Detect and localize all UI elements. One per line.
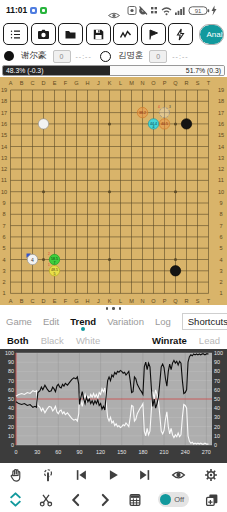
coord-label: 10 xyxy=(218,189,224,195)
analyze-mode-button[interactable]: Analyze xyxy=(200,25,225,44)
coord-label: F xyxy=(64,80,68,86)
coord-label: Q xyxy=(173,298,178,304)
coord-label: 19 xyxy=(218,87,224,93)
cut-branch-button[interactable] xyxy=(39,493,53,507)
svg-text:40.5: 40.5 xyxy=(161,122,168,126)
app-blue-icon xyxy=(30,7,37,14)
coord-label: C xyxy=(30,80,34,86)
svg-text:270: 270 xyxy=(202,449,211,455)
svg-text:180: 180 xyxy=(138,449,147,455)
coord-label: 2 xyxy=(2,279,5,285)
coord-label: B xyxy=(20,298,24,304)
board-svg[interactable]: AA1919BB1818CC1717DD1616EE1515FF1414GG13… xyxy=(0,77,227,305)
svg-text:90: 90 xyxy=(214,359,220,365)
game-list-button[interactable] xyxy=(3,23,28,45)
coord-label: 7 xyxy=(2,223,5,229)
coord-label: E xyxy=(53,80,57,86)
game-list-icon xyxy=(9,28,22,41)
score-count-button[interactable] xyxy=(128,493,142,507)
coord-label: L xyxy=(119,298,122,304)
top-toolbar: Analyze Play xyxy=(0,21,227,47)
coord-label: 13 xyxy=(218,155,224,161)
svg-text:40: 40 xyxy=(8,405,14,411)
svg-text:90: 90 xyxy=(76,449,82,455)
tab-shortcuts[interactable]: Shortcuts xyxy=(182,313,227,330)
ai-off-toggle[interactable]: Off xyxy=(158,492,189,507)
black-stone-icon xyxy=(4,51,14,61)
folder-icon xyxy=(64,28,77,41)
save-button[interactable] xyxy=(86,23,111,45)
tab-bar: Game Edit Trend Variation Log Shortcuts xyxy=(0,312,227,331)
coord-label: 3 xyxy=(2,268,5,274)
analysis-toggle-button[interactable] xyxy=(8,492,23,507)
svg-text:0: 0 xyxy=(214,442,217,448)
white-captures: 0 xyxy=(149,50,167,63)
svg-text:0: 0 xyxy=(11,442,14,448)
coord-label: 5 xyxy=(2,245,5,251)
hand-pan-icon xyxy=(9,468,23,482)
flag-icon xyxy=(147,28,160,41)
svg-text:2: 2 xyxy=(48,252,50,256)
tab-edit[interactable]: Edit xyxy=(43,316,59,327)
coord-label: 6 xyxy=(219,234,222,240)
coord-label: G xyxy=(74,298,78,304)
scissors-icon xyxy=(39,493,53,507)
coord-label: 8 xyxy=(219,211,222,217)
lightning-icon xyxy=(174,28,187,41)
winrate-white-segment: 51.7% (0.3) xyxy=(110,66,224,75)
svg-text:20: 20 xyxy=(214,424,220,430)
chevron-left-icon xyxy=(69,493,83,507)
filter-white[interactable]: White xyxy=(76,335,100,346)
app-green-icon xyxy=(40,7,47,14)
coord-label: 16 xyxy=(1,121,7,127)
coord-label: 15 xyxy=(218,132,224,138)
play-icon xyxy=(106,468,120,482)
eye-button[interactable] xyxy=(171,468,186,482)
svg-text:100: 100 xyxy=(5,350,14,356)
coord-label: G xyxy=(74,80,78,86)
black-player-name: 谢尔豪 xyxy=(21,50,47,62)
coord-label: 19 xyxy=(1,87,7,93)
svg-text:80: 80 xyxy=(214,368,220,374)
svg-text:38.2: 38.2 xyxy=(139,111,146,115)
svg-text:5: 5 xyxy=(54,272,56,276)
coord-label: A xyxy=(9,298,13,304)
goban[interactable]: AA1919BB1818CC1717DD1616EE1515FF1414GG13… xyxy=(0,77,227,305)
settings-button[interactable] xyxy=(204,468,218,482)
charging-bolt-icon xyxy=(212,5,217,15)
open-folder-button[interactable] xyxy=(58,23,83,45)
svg-text:7: 7 xyxy=(54,261,56,265)
coord-label: 2 xyxy=(219,279,222,285)
coord-label: 11 xyxy=(218,177,224,183)
svg-text:70: 70 xyxy=(8,378,14,384)
coord-label: 9 xyxy=(2,200,5,206)
ai-mark-P16[interactable]: 40.5 xyxy=(159,119,169,129)
gear-icon xyxy=(204,468,218,482)
calculator-icon xyxy=(128,493,142,507)
stone-white-D16[interactable] xyxy=(38,119,48,129)
move-number: 4 xyxy=(31,257,34,263)
skip-last-button[interactable] xyxy=(138,468,152,482)
svg-text:3: 3 xyxy=(169,105,171,109)
status-bar: 11:01 91 xyxy=(0,0,227,20)
wifi-icon xyxy=(162,8,171,15)
mode-switch: Analyze Play xyxy=(199,24,225,45)
coord-label: H xyxy=(85,80,89,86)
analysis-diamond-icon xyxy=(8,492,23,507)
coord-label: M xyxy=(129,298,134,304)
coord-label: 14 xyxy=(218,144,224,150)
svg-text:50: 50 xyxy=(8,396,14,402)
coord-label: R xyxy=(184,80,188,86)
coord-label: P xyxy=(163,80,167,86)
coord-label: J xyxy=(97,80,100,86)
ai-mark-O16[interactable]: 44.44 xyxy=(148,119,158,130)
coord-label: H xyxy=(85,298,89,304)
tab-game[interactable]: Game xyxy=(6,316,32,327)
clock: 11:01 xyxy=(6,5,27,15)
toggle-knob xyxy=(160,494,171,505)
coord-label: M xyxy=(129,80,134,86)
svg-text:4: 4 xyxy=(153,125,155,129)
svg-text:30: 30 xyxy=(8,414,14,420)
svg-text:150: 150 xyxy=(117,449,126,455)
coord-label: 4 xyxy=(219,257,222,263)
next-move-button[interactable] xyxy=(98,493,112,507)
skip-first-icon xyxy=(74,468,88,482)
play-button[interactable] xyxy=(106,468,120,482)
battery-icon: 91 xyxy=(189,6,209,14)
coord-label: 17 xyxy=(1,110,7,116)
black-clock: --:-- xyxy=(76,53,92,60)
white-stone-icon xyxy=(100,51,111,62)
coord-label: S xyxy=(196,298,200,304)
coord-label: 18 xyxy=(218,98,224,104)
analysis-graph-icon xyxy=(119,28,132,41)
coord-label: J xyxy=(97,298,100,304)
status-icons: 91 xyxy=(127,4,221,17)
copy-add-button[interactable] xyxy=(205,493,219,507)
white-player-name: 김명훈 xyxy=(118,50,144,62)
control-row-1 xyxy=(0,463,227,487)
svg-text:210: 210 xyxy=(160,449,169,455)
svg-text:20: 20 xyxy=(8,424,14,430)
stone-black-R16[interactable] xyxy=(181,119,191,129)
coord-label: D xyxy=(41,298,45,304)
trend-filter-bar: Both Black White Winrate Lead xyxy=(0,331,227,349)
hand-pan-button[interactable] xyxy=(9,468,23,482)
filter-black[interactable]: Black xyxy=(41,335,64,346)
skip-first-button[interactable] xyxy=(74,468,88,482)
analysis-graph-button[interactable] xyxy=(113,23,138,45)
coord-label: P xyxy=(163,298,167,304)
svg-text:4: 4 xyxy=(158,105,160,109)
filter-both[interactable]: Both xyxy=(7,335,29,346)
coord-label: R xyxy=(184,298,188,304)
signal-icon xyxy=(175,7,185,15)
chevron-right-icon xyxy=(98,493,112,507)
lightning-button[interactable] xyxy=(168,23,193,45)
coord-label: 11 xyxy=(1,177,7,183)
coord-label: 1 xyxy=(219,290,222,296)
coord-label: O xyxy=(151,80,156,86)
tab-trend[interactable]: Trend xyxy=(70,316,96,327)
coord-label: 12 xyxy=(1,166,7,172)
camera-button[interactable] xyxy=(31,23,56,45)
svg-text:100: 100 xyxy=(214,350,223,356)
svg-text:60: 60 xyxy=(214,387,220,393)
winrate-bar: 48.3% (-0.3) 51.7% (0.3) xyxy=(2,65,225,76)
coord-label: 13 xyxy=(1,155,7,161)
coord-label: 10 xyxy=(1,189,7,195)
svg-text:0: 0 xyxy=(15,449,18,455)
eye-icon xyxy=(171,468,186,482)
svg-text:1: 1 xyxy=(48,263,50,267)
flag-button[interactable] xyxy=(141,23,166,45)
stone-white-C4[interactable]: 4 xyxy=(27,254,38,265)
player-bar: 谢尔豪 0 --:-- 김명훈 0 --:-- xyxy=(0,47,227,65)
black-captures: 0 xyxy=(53,50,71,63)
go-analysis-app: 11:01 91 Analyze xyxy=(0,0,227,512)
svg-text:80: 80 xyxy=(8,368,14,374)
coord-label: D xyxy=(41,80,45,86)
coord-label: F xyxy=(64,298,68,304)
network-grid-icon xyxy=(151,7,157,13)
control-row-2: Off xyxy=(0,487,227,512)
tab-log[interactable]: Log xyxy=(155,316,171,327)
coord-label: 8 xyxy=(2,211,5,217)
tap-gesture-icon xyxy=(41,468,55,482)
coord-label: 16 xyxy=(218,121,224,127)
coord-label: 18 xyxy=(1,98,7,104)
coord-label: 12 xyxy=(218,166,224,172)
coord-label: O xyxy=(151,298,156,304)
filter-winrate[interactable]: Winrate xyxy=(152,335,187,346)
coord-label: 5 xyxy=(219,245,222,251)
tab-variation[interactable]: Variation xyxy=(107,316,144,327)
skip-last-icon xyxy=(138,468,152,482)
svg-text:120: 120 xyxy=(96,449,105,455)
svg-text:50: 50 xyxy=(214,396,220,402)
svg-text:90: 90 xyxy=(8,359,14,365)
coord-label: 7 xyxy=(219,223,222,229)
winrate-trend-chart[interactable]: 0010102020303040405050606070708080909010… xyxy=(0,349,227,463)
coord-label: 6 xyxy=(2,234,5,240)
coord-label: 17 xyxy=(218,110,224,116)
ai-mark-N17[interactable]: 38.2 xyxy=(137,107,147,117)
svg-text:240: 240 xyxy=(181,449,190,455)
coord-label: T xyxy=(207,80,211,86)
toggle-label: Off xyxy=(174,495,184,504)
coord-label: L xyxy=(119,80,122,86)
coord-label: C xyxy=(30,298,34,304)
coord-label: E xyxy=(53,298,57,304)
stone-black-Q3[interactable] xyxy=(170,266,180,276)
svg-text:60: 60 xyxy=(8,387,14,393)
svg-text:70: 70 xyxy=(214,378,220,384)
coord-label: T xyxy=(207,298,211,304)
trend-chart-svg[interactable]: 0010102020303040405050606070708080909010… xyxy=(0,349,227,463)
panel-drag-handle[interactable] xyxy=(0,305,227,312)
white-clock: --:-- xyxy=(172,53,188,60)
tap-gesture-button[interactable] xyxy=(41,468,55,482)
svg-text:30: 30 xyxy=(214,414,220,420)
coord-label: K xyxy=(108,80,112,86)
coord-label: B xyxy=(20,80,24,86)
coord-label: N xyxy=(140,298,144,304)
camera-icon xyxy=(37,28,50,41)
filter-lead[interactable]: Lead xyxy=(199,335,220,346)
save-icon xyxy=(92,28,105,41)
coord-label: 4 xyxy=(2,257,5,263)
coord-label: A xyxy=(9,80,13,86)
svg-text:30: 30 xyxy=(34,449,40,455)
coord-label: Q xyxy=(173,80,178,86)
coord-label: 1 xyxy=(2,290,5,296)
coord-label: 14 xyxy=(1,144,7,150)
battery-percent-text: 91 xyxy=(195,7,202,13)
copy-add-icon xyxy=(205,493,219,507)
coord-label: 9 xyxy=(219,200,222,206)
coord-label: K xyxy=(108,298,112,304)
svg-text:10: 10 xyxy=(214,433,220,439)
coord-label: 15 xyxy=(1,132,7,138)
coord-label: 3 xyxy=(219,268,222,274)
phone-mute-icon xyxy=(139,6,147,14)
coord-label: S xyxy=(196,80,200,86)
coord-label: N xyxy=(140,80,144,86)
svg-text:40: 40 xyxy=(214,405,220,411)
prev-move-button[interactable] xyxy=(69,493,83,507)
svg-text:60: 60 xyxy=(55,449,61,455)
winrate-black-segment: 48.3% (-0.3) xyxy=(3,66,110,75)
svg-text:10: 10 xyxy=(8,433,14,439)
